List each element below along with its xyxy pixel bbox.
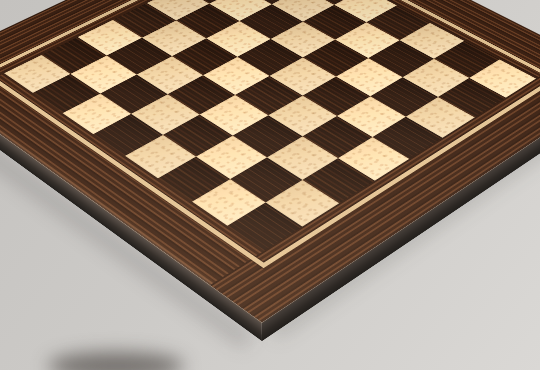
board-square: [338, 137, 409, 181]
board-square: [337, 96, 406, 137]
board-square: [302, 158, 374, 203]
board-grid: [4, 0, 536, 250]
product-photo: [0, 0, 540, 370]
board-square: [131, 94, 200, 135]
board-square: [370, 77, 438, 116]
board-square: [266, 179, 340, 226]
board-square: [192, 179, 265, 226]
board-square: [303, 76, 371, 115]
board-top-face: [0, 0, 540, 323]
board-square: [406, 97, 475, 138]
board-square: [100, 74, 167, 113]
chess-board: [0, 0, 540, 323]
board-square: [93, 113, 163, 155]
board-square: [125, 134, 196, 177]
board-square: [230, 157, 302, 202]
scene: [0, 0, 540, 370]
board-square: [33, 74, 100, 113]
board-square: [158, 156, 230, 201]
board-square: [63, 93, 131, 134]
board-square: [163, 114, 233, 156]
board-square: [303, 116, 373, 158]
board-square: [438, 77, 506, 116]
board-square: [268, 95, 337, 136]
board-square: [233, 115, 303, 157]
board-square: [196, 135, 267, 178]
board-square: [235, 76, 303, 115]
board-square: [200, 95, 269, 136]
board-square: [267, 136, 338, 180]
board-square: [168, 75, 235, 114]
board-square: [372, 116, 442, 158]
board-square: [227, 202, 302, 250]
board-frame-right: [209, 53, 540, 323]
